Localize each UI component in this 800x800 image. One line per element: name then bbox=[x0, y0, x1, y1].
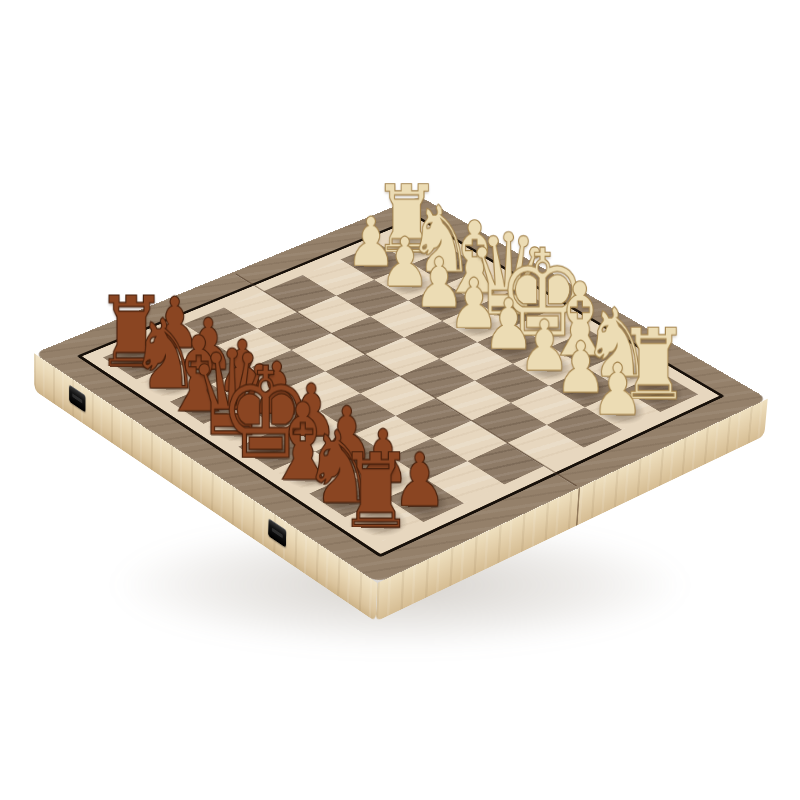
clasp-icon bbox=[268, 518, 286, 547]
clasp-icon bbox=[69, 385, 85, 413]
perspective-scene: ♜♞♝♛♚♝♞♜♟♟♟♟♟♟♟♟♟♟♟♟♟♟♟♟♜♞♝♛♚♝♞♜ bbox=[0, 0, 800, 800]
fold-seam-edge bbox=[576, 487, 580, 526]
chess-set-product-photo: ♜♞♝♛♚♝♞♜♟♟♟♟♟♟♟♟♟♟♟♟♟♟♟♟♜♞♝♛♚♝♞♜ bbox=[0, 0, 800, 800]
chess-board: ♜♞♝♛♚♝♞♜♟♟♟♟♟♟♟♟♟♟♟♟♟♟♟♟♜♞♝♛♚♝♞♜ bbox=[34, 196, 768, 583]
